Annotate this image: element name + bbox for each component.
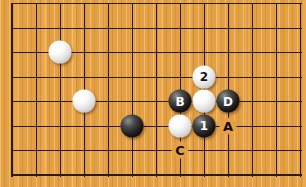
- white-stone[interactable]: [193, 90, 216, 113]
- stone-label: D: [223, 95, 233, 107]
- black-stone-D[interactable]: D: [217, 90, 240, 113]
- stone-label: 1: [200, 120, 208, 132]
- white-stone[interactable]: [169, 114, 192, 137]
- grid-line-horizontal: [11, 28, 302, 29]
- black-stone[interactable]: [121, 114, 144, 137]
- point-label-C[interactable]: C: [172, 142, 189, 159]
- grid-line-horizontal: [11, 77, 302, 78]
- stone-label: 2: [200, 71, 208, 83]
- black-stone-B[interactable]: B: [169, 90, 192, 113]
- grid-line-horizontal: [11, 126, 302, 127]
- grid-line-horizontal: [11, 3, 302, 4]
- white-stone[interactable]: [73, 90, 96, 113]
- point-label-A[interactable]: A: [220, 117, 237, 134]
- white-stone[interactable]: [49, 41, 72, 64]
- grid-line-horizontal: [11, 150, 302, 151]
- white-stone-2[interactable]: 2: [193, 65, 216, 88]
- stone-label: B: [175, 95, 184, 107]
- go-board[interactable]: 2BD1AC: [0, 0, 306, 187]
- grid-line-horizontal: [11, 101, 302, 102]
- board-bottom-edge: [11, 174, 302, 176]
- black-stone-1[interactable]: 1: [193, 114, 216, 137]
- go-diagram: 2BD1AC: [0, 0, 306, 187]
